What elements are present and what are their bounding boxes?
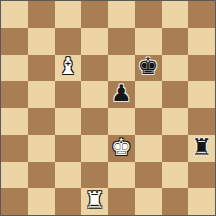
square-e7[interactable] xyxy=(108,28,135,55)
square-a4[interactable] xyxy=(1,108,28,135)
piece-white-king[interactable]: ♚ xyxy=(111,136,132,159)
square-e4[interactable] xyxy=(108,108,135,135)
square-c3[interactable] xyxy=(55,135,82,162)
square-d3[interactable] xyxy=(81,135,108,162)
square-e8[interactable] xyxy=(108,1,135,28)
square-c5[interactable] xyxy=(55,81,82,108)
square-b1[interactable] xyxy=(28,188,55,215)
square-f3[interactable] xyxy=(135,135,162,162)
square-f7[interactable] xyxy=(135,28,162,55)
square-f4[interactable] xyxy=(135,108,162,135)
chess-board-frame: ♝♚♟♚♜♜ xyxy=(0,0,216,216)
square-g3[interactable] xyxy=(162,135,189,162)
square-a8[interactable] xyxy=(1,1,28,28)
square-h8[interactable] xyxy=(188,1,215,28)
square-g8[interactable] xyxy=(162,1,189,28)
piece-black-pawn[interactable]: ♟ xyxy=(111,82,132,105)
square-b4[interactable] xyxy=(28,108,55,135)
square-d7[interactable] xyxy=(81,28,108,55)
square-a2[interactable] xyxy=(1,162,28,189)
square-g5[interactable] xyxy=(162,81,189,108)
square-g1[interactable] xyxy=(162,188,189,215)
piece-black-rook[interactable]: ♜ xyxy=(191,136,212,159)
square-f8[interactable] xyxy=(135,1,162,28)
square-e3[interactable]: ♚ xyxy=(108,135,135,162)
square-e2[interactable] xyxy=(108,162,135,189)
square-h2[interactable] xyxy=(188,162,215,189)
square-c2[interactable] xyxy=(55,162,82,189)
square-d8[interactable] xyxy=(81,1,108,28)
square-d4[interactable] xyxy=(81,108,108,135)
square-a1[interactable] xyxy=(1,188,28,215)
square-d1[interactable]: ♜ xyxy=(81,188,108,215)
chess-board: ♝♚♟♚♜♜ xyxy=(1,1,215,215)
square-b2[interactable] xyxy=(28,162,55,189)
piece-black-king[interactable]: ♚ xyxy=(138,55,159,78)
square-h6[interactable] xyxy=(188,55,215,82)
square-e5[interactable]: ♟ xyxy=(108,81,135,108)
square-a7[interactable] xyxy=(1,28,28,55)
square-e6[interactable] xyxy=(108,55,135,82)
square-b7[interactable] xyxy=(28,28,55,55)
square-g7[interactable] xyxy=(162,28,189,55)
piece-white-bishop[interactable]: ♝ xyxy=(58,55,79,78)
square-f5[interactable] xyxy=(135,81,162,108)
square-f1[interactable] xyxy=(135,188,162,215)
square-g4[interactable] xyxy=(162,108,189,135)
square-g6[interactable] xyxy=(162,55,189,82)
square-a5[interactable] xyxy=(1,81,28,108)
square-c7[interactable] xyxy=(55,28,82,55)
square-h4[interactable] xyxy=(188,108,215,135)
square-c4[interactable] xyxy=(55,108,82,135)
square-d2[interactable] xyxy=(81,162,108,189)
piece-white-rook[interactable]: ♜ xyxy=(84,189,105,212)
square-d5[interactable] xyxy=(81,81,108,108)
square-c6[interactable]: ♝ xyxy=(55,55,82,82)
square-d6[interactable] xyxy=(81,55,108,82)
square-b8[interactable] xyxy=(28,1,55,28)
square-e1[interactable] xyxy=(108,188,135,215)
square-f2[interactable] xyxy=(135,162,162,189)
square-a6[interactable] xyxy=(1,55,28,82)
square-b3[interactable] xyxy=(28,135,55,162)
square-h3[interactable]: ♜ xyxy=(188,135,215,162)
square-h7[interactable] xyxy=(188,28,215,55)
square-b6[interactable] xyxy=(28,55,55,82)
square-g2[interactable] xyxy=(162,162,189,189)
square-f6[interactable]: ♚ xyxy=(135,55,162,82)
square-c1[interactable] xyxy=(55,188,82,215)
square-a3[interactable] xyxy=(1,135,28,162)
square-h1[interactable] xyxy=(188,188,215,215)
square-b5[interactable] xyxy=(28,81,55,108)
square-h5[interactable] xyxy=(188,81,215,108)
square-c8[interactable] xyxy=(55,1,82,28)
